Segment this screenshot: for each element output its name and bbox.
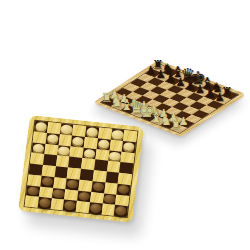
checkers-square-h1 [114, 205, 128, 217]
checker-piece-light [97, 139, 109, 149]
checker-piece-dark [64, 201, 76, 211]
checker-piece-light [86, 127, 98, 137]
checker-piece-light [32, 143, 44, 153]
checker-piece-dark [41, 176, 53, 186]
checker-piece-dark [38, 198, 50, 208]
checker-piece-dark [66, 179, 78, 189]
checker-piece-dark [115, 206, 127, 216]
checker-piece-dark [103, 194, 115, 204]
checkers-grid [25, 121, 138, 217]
checker-piece-dark [52, 189, 64, 199]
checker-piece-light [58, 146, 70, 156]
checkers-board-frame [18, 115, 144, 223]
product-photo-scene: ♜♞♝♛♚♝♞♜♟♟♟♟♟♟♟♟♟♟♟♟♟♟♟♟♜♞♝♛♚♝♞♜ [0, 0, 250, 250]
checker-piece-light [46, 134, 58, 144]
chess-board-inner-border: ♜♞♝♛♚♝♞♜♟♟♟♟♟♟♟♟♟♟♟♟♟♟♟♟♜♞♝♛♚♝♞♜ [100, 64, 240, 134]
checker-piece-light [109, 151, 121, 161]
checker-piece-light [123, 142, 135, 152]
checkers-board-inner-border [24, 120, 139, 218]
checker-piece-light [72, 136, 84, 146]
checker-piece-dark [78, 191, 90, 201]
checker-piece-light [111, 130, 123, 140]
checkers-board [18, 115, 144, 223]
chess-grid: ♜♞♝♛♚♝♞♜♟♟♟♟♟♟♟♟♟♟♟♟♟♟♟♟♜♞♝♛♚♝♞♜ [101, 64, 238, 133]
checker-piece-light [60, 124, 72, 134]
checker-piece-light [35, 122, 47, 132]
checker-piece-dark [92, 182, 104, 192]
checker-piece-dark [117, 185, 129, 195]
checker-piece-dark [89, 203, 101, 213]
checker-piece-dark [27, 186, 39, 196]
checker-piece-light [83, 148, 95, 158]
